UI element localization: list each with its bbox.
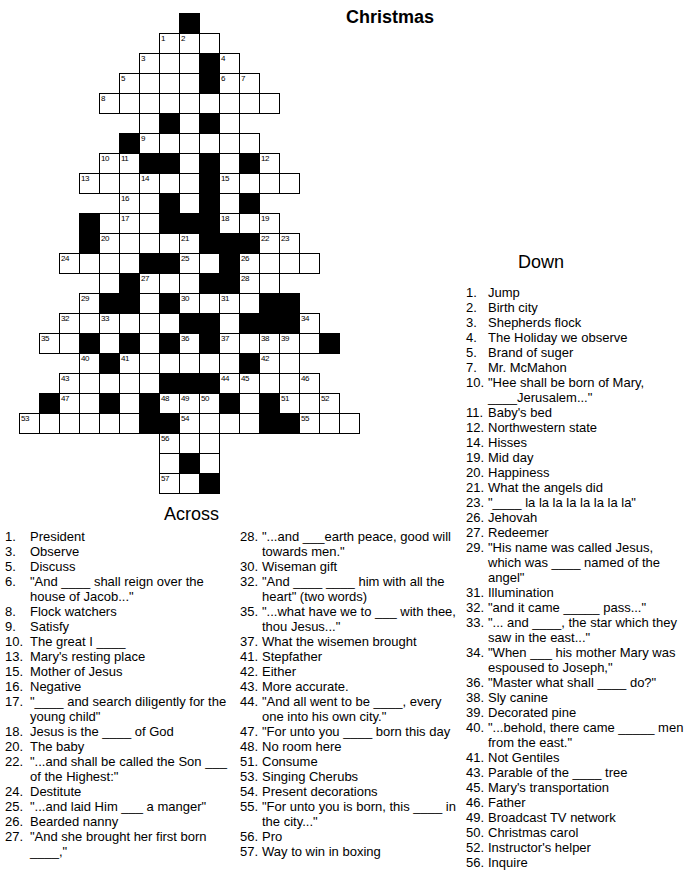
- grid-cell[interactable]: 13: [79, 173, 100, 194]
- grid-cell[interactable]: [139, 113, 160, 134]
- grid-cell[interactable]: 44: [219, 373, 240, 394]
- grid-cell[interactable]: 27: [139, 273, 160, 294]
- grid-cell[interactable]: [239, 213, 260, 234]
- grid-cell[interactable]: 53: [19, 413, 40, 434]
- clue-text: Destitute: [30, 784, 81, 799]
- cell-number: 20: [101, 234, 109, 243]
- clue-item: 2.Birth city: [466, 300, 687, 315]
- grid-cell[interactable]: [119, 253, 140, 274]
- grid-cell[interactable]: [299, 393, 320, 414]
- grid-cell[interactable]: [319, 413, 340, 434]
- clue-text: "...what have we to ___ with thee, thou …: [262, 604, 456, 634]
- block-cell: [159, 213, 180, 234]
- grid-cell[interactable]: [159, 353, 180, 374]
- clue-text: Redeemer: [488, 525, 549, 540]
- grid-cell[interactable]: [119, 373, 140, 394]
- cell-number: 35: [41, 334, 49, 343]
- cell-number: 16: [121, 194, 129, 203]
- clue-number: 28.: [240, 529, 258, 544]
- block-cell: [259, 313, 280, 334]
- grid-cell[interactable]: 45: [239, 373, 260, 394]
- clue-number: 30.: [240, 559, 258, 574]
- cell-number: 54: [181, 414, 189, 423]
- grid-cell[interactable]: [179, 173, 200, 194]
- grid-cell[interactable]: [259, 273, 280, 294]
- cell-number: 45: [241, 374, 249, 383]
- grid-cell[interactable]: [259, 253, 280, 274]
- grid-cell[interactable]: 5: [119, 73, 140, 94]
- grid-cell[interactable]: [139, 353, 160, 374]
- clue-text: Stepfather: [262, 649, 322, 664]
- clue-item: 43.Parable of the ____ tree: [466, 765, 687, 780]
- clue-text: Bearded nanny: [30, 814, 118, 829]
- clue-item: 49.Broadcast TV network: [466, 810, 687, 825]
- grid-cell[interactable]: 10: [99, 153, 120, 174]
- cell-number: 46: [301, 374, 309, 383]
- grid-cell[interactable]: 43: [59, 373, 80, 394]
- clue-number: 51.: [240, 754, 258, 769]
- clue-number: 55.: [240, 799, 258, 814]
- grid-cell[interactable]: [199, 353, 220, 374]
- clue-number: 8.: [5, 604, 16, 619]
- grid-cell[interactable]: [259, 93, 280, 114]
- clue-item: 1.Jump: [466, 285, 687, 300]
- grid-cell[interactable]: [119, 233, 140, 254]
- cell-number: 22: [261, 234, 269, 243]
- grid-cell[interactable]: [259, 373, 280, 394]
- cell-number: 11: [121, 154, 128, 163]
- clue-number: 41.: [466, 750, 484, 765]
- block-cell: [119, 273, 140, 294]
- cell-number: 12: [261, 154, 269, 163]
- grid-cell[interactable]: 51: [279, 393, 300, 414]
- grid-cell[interactable]: 54: [179, 413, 200, 434]
- grid-cell[interactable]: [339, 413, 360, 434]
- grid-cell[interactable]: [179, 73, 200, 94]
- clue-number: 56.: [466, 855, 484, 870]
- clue-number: 10.: [5, 634, 23, 649]
- clue-text: "____ and search diligently for the youn…: [30, 694, 226, 724]
- block-cell: [179, 213, 200, 234]
- cell-number: 41: [121, 354, 129, 363]
- grid-cell[interactable]: [199, 93, 220, 114]
- grid-cell[interactable]: [79, 253, 100, 274]
- clue-text: Inquire: [488, 855, 528, 870]
- grid-cell[interactable]: [259, 173, 280, 194]
- clue-item: 34."When ___ his mother Mary was espouse…: [466, 645, 687, 675]
- clue-item: 5.Discuss: [5, 559, 241, 574]
- grid-cell[interactable]: 26: [239, 253, 260, 274]
- grid-cell[interactable]: 9: [139, 133, 160, 154]
- clue-text: Jump: [488, 285, 520, 300]
- grid-cell[interactable]: [159, 313, 180, 334]
- grid-cell[interactable]: [139, 93, 160, 114]
- clue-item: 36."Master what shall ____ do?": [466, 675, 687, 690]
- clue-item: 15.Mother of Jesus: [5, 664, 241, 679]
- clue-number: 46.: [466, 795, 484, 810]
- clue-text: Pro: [262, 829, 282, 844]
- down-heading: Down: [518, 252, 564, 273]
- grid-cell[interactable]: [119, 173, 140, 194]
- grid-cell[interactable]: 47: [59, 393, 80, 414]
- grid-cell[interactable]: [179, 473, 200, 494]
- cell-number: 13: [81, 174, 89, 183]
- cell-number: 33: [101, 314, 109, 323]
- grid-cell[interactable]: [99, 253, 120, 274]
- grid-cell[interactable]: [199, 253, 220, 274]
- grid-cell[interactable]: 39: [279, 333, 300, 354]
- clue-text: "Master what shall ____ do?": [488, 675, 656, 690]
- grid-cell[interactable]: [279, 373, 300, 394]
- grid-cell[interactable]: 18: [219, 213, 240, 234]
- grid-cell[interactable]: 6: [219, 73, 240, 94]
- grid-cell[interactable]: [139, 333, 160, 354]
- grid-cell[interactable]: [199, 33, 220, 54]
- clue-number: 29.: [466, 540, 484, 555]
- grid-cell[interactable]: [79, 373, 100, 394]
- clue-number: 10.: [466, 375, 484, 390]
- grid-cell[interactable]: 22: [259, 233, 280, 254]
- grid-cell[interactable]: 42: [259, 353, 280, 374]
- grid-cell[interactable]: [199, 413, 220, 434]
- grid-cell[interactable]: 32: [59, 313, 80, 334]
- cell-number: 56: [161, 434, 169, 443]
- grid-cell[interactable]: 17: [119, 213, 140, 234]
- grid-cell[interactable]: 20: [99, 233, 120, 254]
- grid-cell[interactable]: 21: [179, 233, 200, 254]
- grid-cell[interactable]: 4: [219, 53, 240, 74]
- grid-cell[interactable]: [199, 433, 220, 454]
- block-cell: [139, 393, 160, 414]
- grid-cell[interactable]: [199, 293, 220, 314]
- grid-cell[interactable]: 49: [179, 393, 200, 414]
- clue-item: 57.Way to win in boxing: [240, 844, 462, 859]
- clue-text: "Hee shall be born of Mary, ____Jerusale…: [488, 375, 644, 405]
- block-cell: [119, 133, 140, 154]
- block-cell: [159, 193, 180, 214]
- grid-cell[interactable]: [239, 173, 260, 194]
- grid-cell[interactable]: [179, 93, 200, 114]
- clue-number: 31.: [466, 585, 484, 600]
- grid-cell[interactable]: [79, 313, 100, 334]
- grid-cell[interactable]: 37: [219, 333, 240, 354]
- grid-cell[interactable]: 48: [159, 393, 180, 414]
- grid-cell[interactable]: 41: [119, 353, 140, 374]
- grid-cell[interactable]: [179, 433, 200, 454]
- grid-cell[interactable]: 3: [139, 53, 160, 74]
- grid-cell[interactable]: 7: [239, 73, 260, 94]
- grid-cell[interactable]: [219, 313, 240, 334]
- clue-item: 17."____ and search diligently for the y…: [5, 694, 241, 724]
- grid-cell[interactable]: [99, 333, 120, 354]
- grid-cell[interactable]: [239, 133, 260, 154]
- grid-cell[interactable]: 11: [119, 153, 140, 174]
- grid-cell[interactable]: 34: [299, 313, 320, 334]
- clue-item: 16.Negative: [5, 679, 241, 694]
- grid-cell[interactable]: 30: [179, 293, 200, 314]
- clue-number: 45.: [466, 780, 484, 795]
- cell-number: 17: [121, 214, 129, 223]
- cell-number: 23: [281, 234, 289, 243]
- grid-cell[interactable]: [179, 113, 200, 134]
- grid-cell[interactable]: 23: [279, 233, 300, 254]
- grid-cell[interactable]: 16: [119, 193, 140, 214]
- block-cell: [99, 293, 120, 314]
- grid-cell[interactable]: [159, 453, 180, 474]
- clue-text: Negative: [30, 679, 81, 694]
- grid-cell[interactable]: 36: [179, 333, 200, 354]
- clue-item: 40."...behold, there came _____ men from…: [466, 720, 687, 750]
- block-cell: [199, 473, 220, 494]
- clue-text: "When ___ his mother Mary was espoused t…: [488, 645, 675, 675]
- block-cell: [199, 153, 220, 174]
- block-cell: [199, 73, 220, 94]
- grid-cell[interactable]: 1: [159, 33, 180, 54]
- block-cell: [219, 253, 240, 274]
- cell-number: 29: [81, 294, 89, 303]
- block-cell: [99, 393, 120, 414]
- grid-cell[interactable]: [239, 293, 260, 314]
- grid-cell[interactable]: [199, 133, 220, 154]
- grid-cell[interactable]: [159, 273, 180, 294]
- grid-cell[interactable]: [179, 193, 200, 214]
- block-cell: [159, 253, 180, 274]
- cell-number: 6: [221, 74, 225, 83]
- grid-cell[interactable]: [219, 133, 240, 154]
- grid-cell[interactable]: [159, 233, 180, 254]
- grid-cell[interactable]: 40: [79, 353, 100, 374]
- block-cell: [239, 193, 260, 214]
- clue-item: 42.Either: [240, 664, 462, 679]
- grid-cell[interactable]: [139, 293, 160, 314]
- cell-number: 2: [181, 34, 185, 43]
- block-cell: [39, 393, 60, 414]
- grid-cell[interactable]: [99, 413, 120, 434]
- clue-number: 52.: [466, 840, 484, 855]
- clue-number: 17.: [5, 694, 23, 709]
- block-cell: [159, 373, 180, 394]
- grid-cell[interactable]: [99, 213, 120, 234]
- clue-number: 33.: [466, 615, 484, 630]
- clue-item: 11.Baby's bed: [466, 405, 687, 420]
- clue-number: 18.: [5, 724, 23, 739]
- grid-cell[interactable]: [279, 173, 300, 194]
- clue-item: 33."... and ____, the star which they sa…: [466, 615, 687, 645]
- clue-text: Illumination: [488, 585, 554, 600]
- grid-cell[interactable]: 57: [159, 473, 180, 494]
- cell-number: 19: [261, 214, 269, 223]
- cell-number: 55: [301, 414, 309, 423]
- grid-cell[interactable]: 24: [59, 253, 80, 274]
- grid-cell[interactable]: 33: [99, 313, 120, 334]
- cell-number: 39: [281, 334, 289, 343]
- clue-text: Decorated pine: [488, 705, 576, 720]
- grid-cell[interactable]: 25: [179, 253, 200, 274]
- clue-text: Christmas carol: [488, 825, 578, 840]
- grid-cell[interactable]: 31: [219, 293, 240, 314]
- clue-number: 43.: [240, 679, 258, 694]
- grid-cell[interactable]: 56: [159, 433, 180, 454]
- clue-number: 22.: [5, 754, 23, 769]
- grid-cell[interactable]: [199, 453, 220, 474]
- clue-number: 11.: [466, 405, 483, 420]
- clue-number: 44.: [240, 694, 258, 709]
- grid-cell[interactable]: [219, 353, 240, 374]
- clue-number: 56.: [240, 829, 258, 844]
- grid-cell[interactable]: [239, 393, 260, 414]
- clue-text: "His name was called Jesus, which was __…: [488, 540, 660, 585]
- clue-text: "And ____ shall reign over the house of …: [30, 574, 204, 604]
- block-cell: [199, 373, 220, 394]
- grid-cell[interactable]: [139, 213, 160, 234]
- clue-text: Parable of the ____ tree: [488, 765, 628, 780]
- block-cell: [199, 193, 220, 214]
- block-cell: [139, 153, 160, 174]
- grid-cell[interactable]: [239, 413, 260, 434]
- clue-number: 50.: [466, 825, 484, 840]
- grid-cell[interactable]: 35: [39, 333, 60, 354]
- clue-item: 3.Observe: [5, 544, 241, 559]
- clue-text: Flock watchers: [30, 604, 117, 619]
- grid-cell[interactable]: [279, 253, 300, 274]
- cell-number: 1: [161, 34, 165, 43]
- grid-cell[interactable]: 19: [259, 213, 280, 234]
- grid-cell[interactable]: [59, 333, 80, 354]
- grid-cell[interactable]: [219, 93, 240, 114]
- grid-cell[interactable]: [119, 93, 140, 114]
- clue-number: 5.: [466, 345, 477, 360]
- clue-item: 8.Flock watchers: [5, 604, 241, 619]
- grid-cell[interactable]: [219, 113, 240, 134]
- clue-number: 57.: [240, 844, 258, 859]
- clue-number: 27.: [466, 525, 484, 540]
- block-cell: [239, 233, 260, 254]
- block-cell: [79, 233, 100, 254]
- clue-item: 29."His name was called Jesus, which was…: [466, 540, 687, 585]
- grid-cell[interactable]: [139, 313, 160, 334]
- block-cell: [179, 13, 200, 34]
- grid-cell[interactable]: [79, 413, 100, 434]
- cell-number: 32: [61, 314, 69, 323]
- grid-cell[interactable]: [139, 73, 160, 94]
- clue-item: 5.Brand of suger: [466, 345, 687, 360]
- cell-number: 31: [221, 294, 229, 303]
- grid-cell[interactable]: 15: [219, 173, 240, 194]
- clue-text: Mid day: [488, 450, 534, 465]
- grid-cell[interactable]: 8: [99, 93, 120, 114]
- clue-item: 13.Mary's resting place: [5, 649, 241, 664]
- grid-cell[interactable]: 52: [319, 393, 340, 414]
- grid-cell[interactable]: [219, 153, 240, 174]
- clue-text: Brand of suger: [488, 345, 573, 360]
- grid-cell[interactable]: [139, 373, 160, 394]
- cell-number: 25: [181, 254, 189, 263]
- across-clues-column-1: 1.President3.Observe5.Discuss6."And ____…: [5, 529, 241, 859]
- block-cell: [159, 113, 180, 134]
- grid-cell[interactable]: [119, 413, 140, 434]
- cell-number: 42: [261, 354, 269, 363]
- grid-cell[interactable]: [99, 273, 120, 294]
- grid-cell[interactable]: [159, 93, 180, 114]
- grid-cell[interactable]: [179, 273, 200, 294]
- grid-cell[interactable]: [179, 133, 200, 154]
- clue-item: 41.Not Gentiles: [466, 750, 687, 765]
- clue-text: Birth city: [488, 300, 538, 315]
- block-cell: [79, 333, 100, 354]
- cell-number: 5: [121, 74, 125, 83]
- grid-cell[interactable]: 46: [299, 373, 320, 394]
- clue-number: 48.: [240, 739, 258, 754]
- clue-item: 31.Illumination: [466, 585, 687, 600]
- block-cell: [319, 333, 340, 354]
- clue-item: 3.Shepherds flock: [466, 315, 687, 330]
- grid-cell[interactable]: [139, 193, 160, 214]
- clue-item: 43.More accurate.: [240, 679, 462, 694]
- grid-cell[interactable]: 50: [199, 393, 220, 414]
- grid-cell[interactable]: [179, 353, 200, 374]
- grid-cell[interactable]: [179, 153, 200, 174]
- grid-cell[interactable]: 28: [239, 273, 260, 294]
- clue-text: "And she brought her first born ____,": [30, 829, 207, 859]
- grid-cell[interactable]: 12: [259, 153, 280, 174]
- grid-cell[interactable]: [239, 333, 260, 354]
- clue-item: 50.Christmas carol: [466, 825, 687, 840]
- grid-cell[interactable]: [99, 373, 120, 394]
- grid-cell[interactable]: [139, 233, 160, 254]
- clue-item: 1.President: [5, 529, 241, 544]
- grid-cell[interactable]: [219, 413, 240, 434]
- clue-number: 6.: [5, 574, 16, 589]
- clue-number: 41.: [240, 649, 258, 664]
- grid-cell[interactable]: [299, 333, 320, 354]
- grid-cell[interactable]: [299, 253, 320, 274]
- grid-cell[interactable]: [159, 133, 180, 154]
- cell-number: 4: [221, 54, 225, 63]
- grid-cell[interactable]: [99, 173, 120, 194]
- grid-cell[interactable]: [59, 413, 80, 434]
- grid-cell[interactable]: 2: [179, 33, 200, 54]
- cell-number: 8: [101, 94, 105, 103]
- block-cell: [199, 313, 220, 334]
- grid-cell[interactable]: [219, 193, 240, 214]
- clue-item: 32."and it came _____ pass...": [466, 600, 687, 615]
- grid-cell[interactable]: [279, 353, 300, 374]
- grid-cell[interactable]: [39, 413, 60, 434]
- grid-cell[interactable]: 14: [139, 173, 160, 194]
- clue-number: 34.: [466, 645, 484, 660]
- clue-number: 37.: [240, 634, 258, 649]
- grid-cell[interactable]: 38: [259, 333, 280, 354]
- grid-cell[interactable]: [159, 53, 180, 74]
- grid-cell[interactable]: 29: [79, 293, 100, 314]
- clue-number: 13.: [5, 649, 23, 664]
- grid-cell[interactable]: [119, 393, 140, 414]
- clue-item: 52.Instructor's helper: [466, 840, 687, 855]
- grid-cell[interactable]: [119, 313, 140, 334]
- grid-cell[interactable]: [159, 173, 180, 194]
- cell-number: 50: [201, 394, 209, 403]
- block-cell: [219, 273, 240, 294]
- grid-cell[interactable]: 55: [299, 413, 320, 434]
- clue-item: 47."For unto you ____ born this day: [240, 724, 462, 739]
- grid-cell[interactable]: [239, 93, 260, 114]
- grid-cell[interactable]: [79, 393, 100, 414]
- clue-text: Wiseman gift: [262, 559, 337, 574]
- grid-cell[interactable]: [159, 73, 180, 94]
- clue-item: 23."____ la la la la la la la la": [466, 495, 687, 510]
- grid-cell[interactable]: [179, 53, 200, 74]
- clue-text: No room here: [262, 739, 341, 754]
